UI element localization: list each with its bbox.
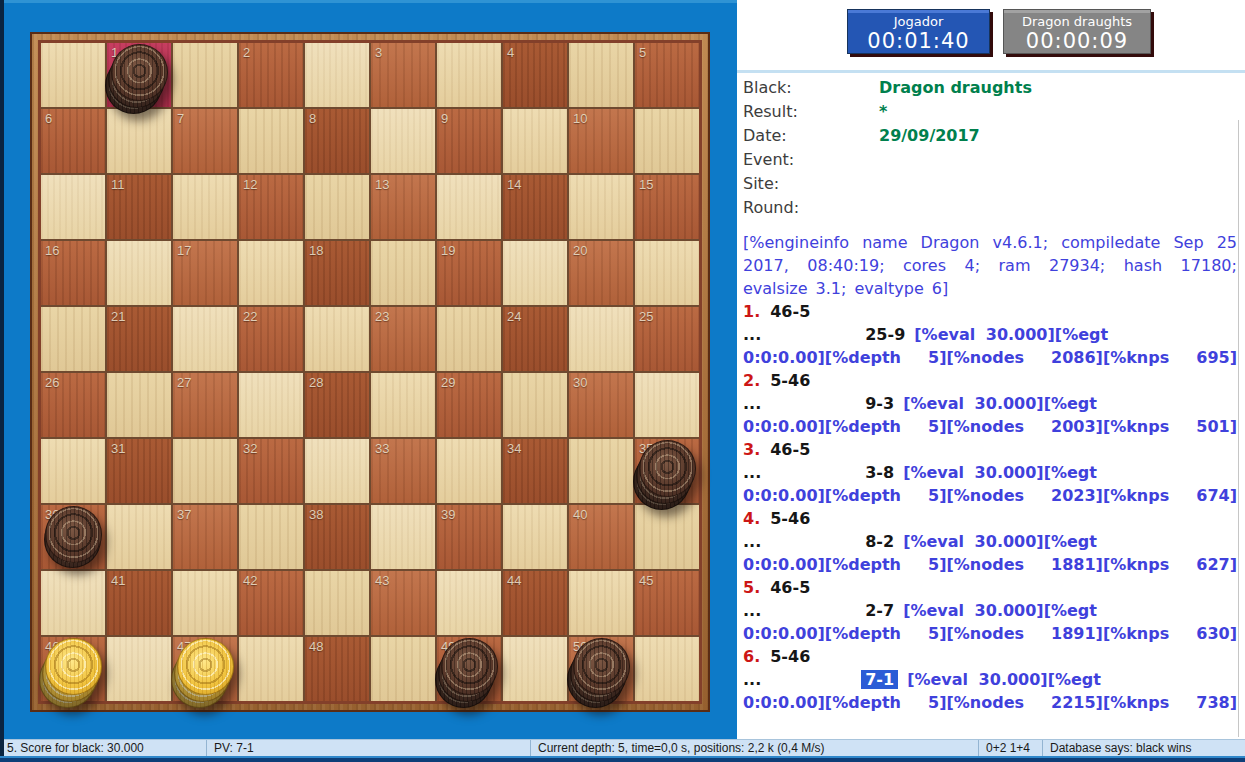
square-number: 12 — [243, 177, 257, 192]
engine-info-chunk: compiledate — [1061, 231, 1160, 254]
info-row-result: Result:* — [743, 100, 1237, 124]
move-annotation-chunk: 674] — [1196, 484, 1237, 507]
board-square[interactable] — [569, 43, 633, 107]
board-square[interactable]: 37 — [173, 505, 237, 569]
engine-info-chunk: Dragon — [921, 231, 980, 254]
piece-face — [177, 638, 234, 695]
board-square[interactable] — [41, 571, 105, 635]
board-frame: 1234567891011121314151617181920212223242… — [30, 32, 710, 712]
square-number: 37 — [177, 507, 191, 522]
engine-info-line: evalsize3.1;evaltype6] — [743, 277, 1237, 300]
move-annotation-chunk: 5][%nodes — [928, 484, 1024, 507]
board-square[interactable] — [173, 307, 237, 371]
square-number: 22 — [243, 309, 257, 324]
engine-info-chunk: name — [862, 231, 907, 254]
window-left-border — [0, 0, 4, 756]
move-annotation-chunk: 0:0:0.00][%depth — [743, 346, 901, 369]
move-annotation: [%eval 30.000][%egt — [903, 463, 1097, 482]
dragon-draughts-window: 1234567891011121314151617181920212223242… — [0, 0, 1245, 762]
board-square[interactable]: 22 — [239, 307, 303, 371]
board-square[interactable] — [41, 307, 105, 371]
white-clock-button[interactable]: Jogador 00:01:40 — [847, 9, 990, 54]
board-square[interactable]: 42 — [239, 571, 303, 635]
board-square[interactable] — [239, 241, 303, 305]
move-annotation-line: 0:0:0.00][%depth5][%nodes2086][%knps695] — [743, 346, 1237, 369]
square-number: 8 — [309, 111, 316, 126]
black-move-ellipsis: ... — [743, 463, 761, 482]
black-move-line: ...8-2[%eval 30.000][%egt — [743, 530, 1237, 553]
white-player-name: Jogador — [848, 14, 989, 29]
move-annotation-chunk: 695] — [1196, 346, 1237, 369]
board-square[interactable]: 48 — [305, 637, 369, 701]
piece-face — [441, 638, 498, 695]
move-annotation-chunk: 501] — [1196, 415, 1237, 438]
board-square[interactable]: 49 — [437, 637, 501, 701]
board-square[interactable] — [239, 637, 303, 701]
engine-info-chunk: 2017, — [743, 254, 789, 277]
move-number: 2. — [743, 371, 760, 390]
status-material-count: 0+2 1+4 — [978, 740, 1042, 756]
black-move-ellipsis: ... — [743, 601, 761, 620]
white-clock-time: 00:01:40 — [848, 29, 989, 53]
black-move[interactable]: 25-9 — [865, 325, 905, 344]
square-number: 28 — [309, 375, 323, 390]
info-label: Black: — [743, 76, 879, 100]
square-number: 17 — [177, 243, 191, 258]
square-number: 25 — [639, 309, 653, 324]
board-square[interactable]: 5 — [635, 43, 699, 107]
info-value: 29/09/2017 — [879, 126, 980, 145]
board-square[interactable] — [41, 175, 105, 239]
move-annotation-chunk: 5][%nodes — [928, 553, 1024, 576]
engine-info-chunk: 6] — [932, 279, 948, 298]
engine-info-chunk: Sep — [1173, 231, 1203, 254]
board-square[interactable]: 17 — [173, 241, 237, 305]
board-square[interactable] — [635, 373, 699, 437]
white-move[interactable]: 46-5 — [770, 578, 810, 597]
window-bottom-border — [0, 758, 1245, 762]
black-move-ellipsis: ... — [743, 325, 761, 344]
board-square[interactable]: 40 — [569, 505, 633, 569]
piece-face — [573, 638, 630, 695]
board-square[interactable]: 46 — [41, 637, 105, 701]
move-annotation-line: 0:0:0.00][%depth5][%nodes1881][%knps627] — [743, 553, 1237, 576]
black-move-line: ...3-8[%eval 30.000][%egt — [743, 461, 1237, 484]
scrollbar-track-line — [1238, 120, 1239, 737]
white-king-piece[interactable] — [45, 638, 102, 695]
engine-info-chunk: hash — [1124, 254, 1162, 277]
square-number: 15 — [639, 177, 653, 192]
board-square[interactable] — [569, 175, 633, 239]
board-square[interactable] — [239, 373, 303, 437]
move-annotation-chunk: 2215][%knps — [1051, 691, 1169, 714]
board-square[interactable] — [569, 571, 633, 635]
move-annotation-chunk: 627] — [1196, 553, 1237, 576]
white-move-line: 5.46-5 — [743, 576, 1237, 599]
square-number: 4 — [507, 45, 514, 60]
board-square[interactable]: 26 — [41, 373, 105, 437]
info-label: Site: — [743, 172, 879, 196]
move-annotation-chunk: 0:0:0.00][%depth — [743, 691, 901, 714]
board-square[interactable]: 34 — [503, 439, 567, 503]
white-move[interactable]: 5-46 — [770, 647, 810, 666]
square-number: 9 — [441, 111, 448, 126]
info-label: Date: — [743, 124, 879, 148]
square-number: 16 — [45, 243, 59, 258]
board-square[interactable]: 3 — [371, 43, 435, 107]
board-square[interactable]: 16 — [41, 241, 105, 305]
square-number: 13 — [375, 177, 389, 192]
square-number: 7 — [177, 111, 184, 126]
move-number: 1. — [743, 302, 760, 321]
engine-info-chunk: cores — [903, 254, 946, 277]
board-square[interactable]: 10 — [569, 109, 633, 173]
board-square[interactable] — [371, 637, 435, 701]
board-square[interactable] — [437, 43, 501, 107]
board-square[interactable] — [635, 109, 699, 173]
board-square[interactable]: 23 — [371, 307, 435, 371]
white-move-line: 6.5-46 — [743, 645, 1237, 668]
board-square[interactable]: 21 — [107, 307, 171, 371]
move-annotation-chunk: 2003][%knps — [1051, 415, 1169, 438]
move-annotation-line: 0:0:0.00][%depth5][%nodes1891][%knps630] — [743, 622, 1237, 645]
board-square[interactable] — [635, 241, 699, 305]
board-square[interactable]: 39 — [437, 505, 501, 569]
board-square[interactable]: 4 — [503, 43, 567, 107]
square-number: 32 — [243, 441, 257, 456]
board-square[interactable]: 35 — [635, 439, 699, 503]
white-move[interactable]: 46-5 — [770, 440, 810, 459]
board-square[interactable]: 38 — [305, 505, 369, 569]
notation-panel: Jogador 00:01:40 Dragon draughts 00:00:0… — [737, 0, 1245, 739]
draughts-board: 1234567891011121314151617181920212223242… — [38, 40, 702, 704]
board-square[interactable]: 50 — [569, 637, 633, 701]
board-square[interactable] — [41, 439, 105, 503]
board-square[interactable]: 30 — [569, 373, 633, 437]
engine-info-chunk: 08:40:19; — [807, 254, 884, 277]
status-database: Database says: black wins — [1042, 740, 1245, 756]
move-annotation-chunk: 2023][%knps — [1051, 484, 1169, 507]
white-move[interactable]: 5-46 — [770, 371, 810, 390]
board-square[interactable]: 27 — [173, 373, 237, 437]
move-annotation-line: 0:0:0.00][%depth5][%nodes2023][%knps674] — [743, 484, 1237, 507]
game-info-area: Black:Dragon draughts Result:* Date:29/0… — [737, 73, 1245, 739]
info-value: * — [879, 102, 887, 121]
black-move-line: ...2-7[%eval 30.000][%egt — [743, 599, 1237, 622]
board-square[interactable]: 25 — [635, 307, 699, 371]
board-square[interactable] — [173, 439, 237, 503]
square-number: 42 — [243, 573, 257, 588]
move-annotation-chunk: 5][%nodes — [928, 415, 1024, 438]
board-square[interactable]: 36 — [41, 505, 105, 569]
board-square[interactable] — [305, 43, 369, 107]
move-annotation: [%eval 30.000][%egt — [903, 532, 1097, 551]
board-square[interactable]: 2 — [239, 43, 303, 107]
board-square[interactable]: 24 — [503, 307, 567, 371]
board-square[interactable]: 8 — [305, 109, 369, 173]
move-annotation-chunk: 1891][%knps — [1051, 622, 1169, 645]
black-man-piece[interactable] — [45, 506, 102, 563]
square-number: 10 — [573, 111, 587, 126]
board-square[interactable] — [173, 43, 237, 107]
move-annotation: [%eval 30.000][%egt — [907, 670, 1101, 689]
black-king-piece[interactable] — [639, 440, 696, 497]
board-square[interactable] — [635, 505, 699, 569]
square-number: 26 — [45, 375, 59, 390]
board-square[interactable] — [635, 637, 699, 701]
info-row-round: Round: — [743, 196, 1237, 220]
info-row-event: Event: — [743, 148, 1237, 172]
engine-info-chunk: ram — [999, 254, 1031, 277]
square-number: 14 — [507, 177, 521, 192]
square-number: 39 — [441, 507, 455, 522]
board-square[interactable] — [437, 175, 501, 239]
move-annotation: [%eval 30.000][%egt — [903, 394, 1097, 413]
square-number: 43 — [375, 573, 389, 588]
board-square[interactable] — [569, 439, 633, 503]
info-row-date: Date:29/09/2017 — [743, 124, 1237, 148]
board-square[interactable] — [305, 307, 369, 371]
black-move-ellipsis: ... — [743, 670, 761, 689]
status-search-info: Current depth: 5, time=0,0 s, positions:… — [530, 740, 978, 756]
move-annotation-chunk: 1881][%knps — [1051, 553, 1169, 576]
square-number: 5 — [639, 45, 646, 60]
board-square[interactable] — [107, 373, 171, 437]
engine-info-chunk: [%engineinfo — [743, 231, 849, 254]
info-value: Dragon draughts — [879, 78, 1032, 97]
board-square[interactable] — [239, 505, 303, 569]
square-number: 40 — [573, 507, 587, 522]
move-annotation-chunk: 2086][%knps — [1051, 346, 1169, 369]
board-square[interactable] — [173, 571, 237, 635]
piece-face — [45, 506, 102, 563]
square-number: 18 — [309, 243, 323, 258]
engine-info-chunk: 27934; — [1049, 254, 1105, 277]
move-annotation-line: 0:0:0.00][%depth5][%nodes2003][%knps501] — [743, 415, 1237, 438]
board-square[interactable] — [503, 241, 567, 305]
selected-black-move[interactable]: 7-1 — [861, 670, 898, 689]
info-label: Event: — [743, 148, 879, 172]
white-move-line: 2.5-46 — [743, 369, 1237, 392]
status-score: 5. Score for black: 30.000 — [0, 740, 206, 756]
move-annotation-chunk: 0:0:0.00][%depth — [743, 553, 901, 576]
square-number: 23 — [375, 309, 389, 324]
board-square[interactable] — [569, 307, 633, 371]
square-number: 44 — [507, 573, 521, 588]
move-annotation: [%eval 30.000][%egt — [914, 325, 1108, 344]
black-move[interactable]: 9-3 — [865, 394, 894, 413]
board-square[interactable] — [503, 373, 567, 437]
square-number: 6 — [45, 111, 52, 126]
info-row-site: Site: — [743, 172, 1237, 196]
square-number: 27 — [177, 375, 191, 390]
engine-info-line: [%engineinfonameDragonv4.6.1;compiledate… — [743, 231, 1237, 254]
engine-info-chunk: 4; — [964, 254, 980, 277]
board-square[interactable]: 28 — [305, 373, 369, 437]
white-move[interactable]: 5-46 — [770, 509, 810, 528]
black-move-line: ...25-9[%eval 30.000][%egt — [743, 323, 1237, 346]
board-square[interactable] — [305, 175, 369, 239]
board-square[interactable]: 20 — [569, 241, 633, 305]
engine-info-chunk: 25 — [1217, 231, 1237, 254]
board-square[interactable]: 45 — [635, 571, 699, 635]
engine-info-chunk: 3.1; — [816, 279, 847, 298]
move-annotation-chunk: 0:0:0.00][%depth — [743, 484, 901, 507]
square-number: 24 — [507, 309, 521, 324]
engine-info-chunk: evalsize — [743, 279, 808, 298]
board-square[interactable]: 11 — [107, 175, 171, 239]
board-square[interactable] — [107, 505, 171, 569]
square-number: 48 — [309, 639, 323, 654]
square-number: 3 — [375, 45, 382, 60]
white-move-line: 3.46-5 — [743, 438, 1237, 461]
square-number: 33 — [375, 441, 389, 456]
piece-face — [639, 440, 696, 497]
move-annotation-chunk: 630] — [1196, 622, 1237, 645]
square-number: 31 — [111, 441, 125, 456]
move-list: [%engineinfonameDragonv4.6.1;compiledate… — [743, 231, 1237, 714]
board-square[interactable] — [305, 439, 369, 503]
board-square[interactable] — [107, 637, 171, 701]
black-king-piece[interactable] — [573, 638, 630, 695]
board-square[interactable]: 44 — [503, 571, 567, 635]
board-square[interactable]: 41 — [107, 571, 171, 635]
board-square[interactable] — [371, 373, 435, 437]
square-number: 34 — [507, 441, 521, 456]
move-annotation: [%eval 30.000][%egt — [903, 601, 1097, 620]
board-square[interactable]: 18 — [305, 241, 369, 305]
clock-bar: Jogador 00:01:40 Dragon draughts 00:00:0… — [737, 0, 1245, 70]
board-square[interactable]: 9 — [437, 109, 501, 173]
move-annotation-chunk: 5][%nodes — [928, 691, 1024, 714]
white-move-line: 1.46-5 — [743, 300, 1237, 323]
board-square[interactable] — [503, 505, 567, 569]
board-square[interactable] — [437, 307, 501, 371]
board-square[interactable] — [305, 571, 369, 635]
board-square[interactable] — [107, 109, 171, 173]
square-number: 20 — [573, 243, 587, 258]
board-square[interactable]: 43 — [371, 571, 435, 635]
square-number: 45 — [639, 573, 653, 588]
board-square[interactable]: 6 — [41, 109, 105, 173]
move-annotation-chunk: 0:0:0.00][%depth — [743, 622, 901, 645]
black-player-name: Dragon draughts — [1004, 14, 1150, 29]
board-square[interactable] — [371, 505, 435, 569]
board-square[interactable] — [41, 43, 105, 107]
engine-info-chunk: evaltype — [854, 279, 923, 298]
board-square[interactable]: 13 — [371, 175, 435, 239]
engine-info-line: 2017,08:40:19;cores4;ram27934;hash17180; — [743, 254, 1237, 277]
board-square[interactable] — [107, 241, 171, 305]
move-annotation-chunk: 0:0:0.00][%depth — [743, 415, 901, 438]
black-king-piece[interactable] — [111, 44, 168, 101]
board-square[interactable] — [173, 175, 237, 239]
square-number: 38 — [309, 507, 323, 522]
board-square[interactable] — [371, 109, 435, 173]
black-move[interactable]: 8-2 — [865, 532, 894, 551]
square-number: 29 — [441, 375, 455, 390]
square-number: 21 — [111, 309, 125, 324]
move-annotation-line: 0:0:0.00][%depth5][%nodes2215][%knps738] — [743, 691, 1237, 714]
board-square[interactable]: 31 — [107, 439, 171, 503]
square-number: 2 — [243, 45, 250, 60]
square-number: 11 — [111, 177, 125, 192]
board-square[interactable]: 33 — [371, 439, 435, 503]
move-number: 3. — [743, 440, 760, 459]
black-move-ellipsis: ... — [743, 394, 761, 413]
board-square[interactable]: 47 — [173, 637, 237, 701]
black-king-piece[interactable] — [441, 638, 498, 695]
status-bar: 5. Score for black: 30.000 PV: 7-1 Curre… — [0, 739, 1245, 756]
board-square[interactable] — [239, 109, 303, 173]
black-move[interactable]: 3-8 — [865, 463, 894, 482]
engine-info-chunk: 17180; — [1181, 254, 1237, 277]
black-move-ellipsis: ... — [743, 532, 761, 551]
square-number: 41 — [111, 573, 125, 588]
board-square[interactable] — [371, 241, 435, 305]
info-label: Round: — [743, 196, 879, 220]
board-square[interactable]: 15 — [635, 175, 699, 239]
board-square[interactable]: 32 — [239, 439, 303, 503]
white-move-line: 4.5-46 — [743, 507, 1237, 530]
piece-face — [45, 638, 102, 695]
board-square[interactable] — [503, 109, 567, 173]
move-number: 5. — [743, 578, 760, 597]
status-pv: PV: 7-1 — [206, 740, 530, 756]
black-clock-button[interactable]: Dragon draughts 00:00:09 — [1003, 9, 1151, 54]
board-square[interactable]: 14 — [503, 175, 567, 239]
move-number: 6. — [743, 647, 760, 666]
board-square[interactable]: 12 — [239, 175, 303, 239]
board-square[interactable]: 19 — [437, 241, 501, 305]
black-move-line: ...7-1[%eval 30.000][%egt — [743, 668, 1237, 691]
move-annotation-chunk: 5][%nodes — [928, 346, 1024, 369]
board-square[interactable]: 1 — [107, 43, 171, 107]
white-king-piece[interactable] — [177, 638, 234, 695]
black-move[interactable]: 2-7 — [865, 601, 894, 620]
board-square[interactable] — [437, 439, 501, 503]
board-square[interactable] — [503, 637, 567, 701]
board-square[interactable] — [437, 571, 501, 635]
info-label: Result: — [743, 100, 879, 124]
move-number: 4. — [743, 509, 760, 528]
piece-face — [111, 44, 168, 101]
board-panel: 1234567891011121314151617181920212223242… — [0, 0, 737, 739]
move-annotation-chunk: 5][%nodes — [928, 622, 1024, 645]
black-clock-time: 00:00:09 — [1004, 29, 1150, 53]
move-annotation-chunk: 738] — [1196, 691, 1237, 714]
board-square[interactable]: 7 — [173, 109, 237, 173]
board-square[interactable]: 29 — [437, 373, 501, 437]
info-row-black: Black:Dragon draughts — [743, 76, 1237, 100]
square-number: 19 — [441, 243, 455, 258]
engine-info-chunk: v4.6.1; — [992, 231, 1048, 254]
square-number: 30 — [573, 375, 587, 390]
black-move-line: ...9-3[%eval 30.000][%egt — [743, 392, 1237, 415]
white-move[interactable]: 46-5 — [770, 302, 810, 321]
